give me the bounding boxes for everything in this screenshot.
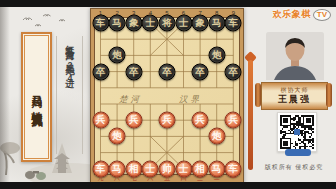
piece-black-4-0[interactable]: 将 [158,15,175,32]
piece-black-8-0[interactable]: 车 [225,15,242,32]
file-number-bottom: 四 [181,175,187,182]
file-number-bottom: 三 [197,175,203,182]
file-number-bottom: 九 [98,175,104,182]
letterbox-bottom [0,182,336,189]
piece-red-8-6[interactable]: 兵 [225,112,242,129]
piece-black-3-0[interactable]: 士 [142,15,159,32]
video-frame: 起马局-转中炮对屏风马 红右马盘河·黑炮2进4 123456789 楚河 汉界 … [0,0,336,189]
channel-logo-tv-badge: TV [313,9,331,21]
channel-logo: 欢乐象棋 TV [273,8,331,21]
piece-black-6-3[interactable]: 卒 [192,63,209,80]
piece-black-4-3[interactable]: 卒 [158,63,175,80]
xiangqi-board: 123456789 楚河 汉界 车马象士将士象马车炮炮卒卒卒卒卒兵兵兵兵兵炮炮车… [90,8,244,184]
piece-black-8-3[interactable]: 卒 [225,63,242,80]
file-number-bottom: 六 [147,175,153,182]
piece-black-1-2[interactable]: 炮 [109,47,126,64]
presenter-name-scroll: 棋协大师 王晨强 [255,82,332,108]
piece-black-7-2[interactable]: 炮 [208,47,225,64]
copyright-notice: 版权所有 侵权必究 [252,163,336,172]
board-grid: 楚河 汉界 [95,18,239,174]
piece-black-6-0[interactable]: 象 [192,15,209,32]
file-number-bottom: 七 [131,175,137,182]
presenter-name: 王晨强 [278,94,311,105]
qr-code-pattern [280,115,314,149]
board-field: 楚河 汉界 车马象士将士象马车炮炮卒卒卒卒卒兵兵兵兵兵炮炮车马相士帅士相马车 [94,17,240,175]
piece-black-2-0[interactable]: 象 [125,15,142,32]
piece-black-0-0[interactable]: 车 [92,15,109,32]
piece-black-7-0[interactable]: 马 [208,15,225,32]
piece-red-2-6[interactable]: 兵 [125,112,142,129]
title-banner: 起马局-转中炮对屏风马 [21,32,52,162]
piece-red-1-7[interactable]: 炮 [109,128,126,145]
presenter-photo-image [266,32,324,80]
tassel-decoration [248,60,253,170]
presenter-title: 棋协大师 [281,87,309,94]
file-number-bottom: 一 [230,175,236,182]
scroll-roller-right [326,83,332,107]
piece-black-0-3[interactable]: 卒 [92,63,109,80]
qr-caption-badge [285,149,311,156]
piece-red-7-7[interactable]: 炮 [208,128,225,145]
river-label-han: 汉界 [179,94,202,104]
birds-decoration [15,12,85,34]
variation-subtitle: 红右马盘河·黑炮2进4 [63,38,76,85]
file-number-bottom: 五 [164,175,170,182]
piece-red-6-6[interactable]: 兵 [192,112,209,129]
left-edge-shade [0,7,10,182]
scroll-body: 棋协大师 王晨强 [261,82,328,110]
piece-red-4-6[interactable]: 兵 [158,112,175,129]
letterbox-top [0,0,336,7]
channel-logo-text: 欢乐象棋 [273,8,311,21]
piece-black-2-3[interactable]: 卒 [125,63,142,80]
subtitle-column: 红右马盘河·黑炮2进4 [56,38,83,152]
lesson-title: 起马局-转中炮对屏风马 [29,86,44,109]
piece-red-0-6[interactable]: 兵 [92,112,109,129]
river-label-chu: 楚河 [119,94,142,104]
title-banner-border: 起马局-转中炮对屏风马 [24,35,49,159]
piece-black-1-0[interactable]: 马 [109,15,126,32]
presenter-photo [266,32,324,80]
file-number-bottom: 二 [214,175,220,182]
qr-code [277,112,317,152]
piece-black-5-0[interactable]: 士 [175,15,192,32]
file-number-bottom: 八 [114,175,120,182]
